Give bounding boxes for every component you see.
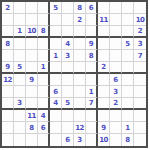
cell-r7c4[interactable] <box>38 74 50 86</box>
cell-r12c2[interactable] <box>14 134 26 146</box>
cell-r11c9[interactable]: 9 <box>98 122 110 134</box>
cell-r3c2[interactable]: 1 <box>14 26 26 38</box>
cell-r2c3[interactable] <box>26 14 38 26</box>
cell-r8c11[interactable] <box>122 86 134 98</box>
cell-r9c1[interactable] <box>2 98 14 110</box>
cell-r2c1[interactable] <box>2 14 14 26</box>
cell-r2c2[interactable] <box>14 14 26 26</box>
cell-r10c8[interactable] <box>86 110 98 122</box>
cell-r3c8[interactable] <box>86 26 98 38</box>
cell-r12c3[interactable] <box>26 134 38 146</box>
cell-r2c4[interactable] <box>38 14 50 26</box>
cell-r7c6[interactable] <box>62 74 74 86</box>
cell-r11c2[interactable] <box>14 122 26 134</box>
cell-r7c12[interactable] <box>134 74 146 86</box>
cell-r11c1[interactable] <box>2 122 14 134</box>
cell-r9c5[interactable]: 4 <box>50 98 62 110</box>
cell-r2c5[interactable] <box>50 14 62 26</box>
cell-r11c11[interactable]: 1 <box>122 122 134 134</box>
cell-r3c9[interactable] <box>98 26 110 38</box>
cell-r11c4[interactable]: 6 <box>38 122 50 134</box>
cell-r6c7[interactable] <box>74 62 86 74</box>
cell-r12c11[interactable]: 8 <box>122 134 134 146</box>
cell-r12c5[interactable] <box>50 134 62 146</box>
cell-r8c10[interactable]: 3 <box>110 86 122 98</box>
cell-r5c9[interactable] <box>98 50 110 62</box>
cell-r5c3[interactable] <box>26 50 38 62</box>
cell-r9c11[interactable] <box>122 98 134 110</box>
cell-r12c9[interactable]: 10 <box>98 134 110 146</box>
cell-r8c8[interactable]: 1 <box>86 86 98 98</box>
cell-r6c11[interactable] <box>122 62 134 74</box>
cell-r8c1[interactable] <box>2 86 14 98</box>
cell-r3c7[interactable] <box>74 26 86 38</box>
cell-r7c10[interactable]: 6 <box>110 74 122 86</box>
cell-r1c8[interactable]: 6 <box>86 2 98 14</box>
cell-r3c10[interactable] <box>110 26 122 38</box>
cell-r5c5[interactable]: 1 <box>50 50 62 62</box>
cell-r7c8[interactable] <box>86 74 98 86</box>
cell-r6c8[interactable] <box>86 62 98 74</box>
cell-r10c11[interactable] <box>122 110 134 122</box>
cell-r1c11[interactable] <box>122 2 134 14</box>
cell-r7c5[interactable] <box>50 74 62 86</box>
cell-r6c4[interactable]: 1 <box>38 62 50 74</box>
cell-r11c6[interactable] <box>62 122 74 134</box>
cell-r4c5[interactable] <box>50 38 62 50</box>
cell-r11c12[interactable] <box>134 122 146 134</box>
cell-r6c1[interactable]: 9 <box>2 62 14 74</box>
cell-r10c6[interactable] <box>62 110 74 122</box>
cell-r9c2[interactable]: 3 <box>14 98 26 110</box>
cell-r9c4[interactable] <box>38 98 50 110</box>
cell-r9c8[interactable]: 7 <box>86 98 98 110</box>
cell-r5c8[interactable]: 8 <box>86 50 98 62</box>
cell-r8c7[interactable] <box>74 86 86 98</box>
cell-r7c7[interactable] <box>74 74 86 86</box>
cell-r7c3[interactable]: 9 <box>26 74 38 86</box>
cell-r4c8[interactable]: 9 <box>86 38 98 50</box>
cell-r12c7[interactable]: 3 <box>74 134 86 146</box>
cell-r4c4[interactable] <box>38 38 50 50</box>
cell-r2c7[interactable]: 2 <box>74 14 86 26</box>
cell-r10c1[interactable] <box>2 110 14 122</box>
sudoku-board: 2586211101108284953138795121296613345721… <box>0 0 148 148</box>
cell-r12c4[interactable] <box>38 134 50 146</box>
cell-r3c1[interactable] <box>2 26 14 38</box>
cell-r3c3[interactable]: 10 <box>26 26 38 38</box>
cell-r6c2[interactable]: 5 <box>14 62 26 74</box>
cell-r3c4[interactable]: 8 <box>38 26 50 38</box>
cell-r4c3[interactable] <box>26 38 38 50</box>
cell-r7c1[interactable]: 12 <box>2 74 14 86</box>
cell-r2c9[interactable]: 11 <box>98 14 110 26</box>
cell-r12c10[interactable] <box>110 134 122 146</box>
cell-r8c3[interactable] <box>26 86 38 98</box>
cell-r6c5[interactable] <box>50 62 62 74</box>
cell-r4c6[interactable]: 4 <box>62 38 74 50</box>
cell-r1c3[interactable] <box>26 2 38 14</box>
cell-r8c6[interactable] <box>62 86 74 98</box>
cell-r12c1[interactable] <box>2 134 14 146</box>
cell-r6c6[interactable] <box>62 62 74 74</box>
cell-r4c10[interactable] <box>110 38 122 50</box>
cell-r2c12[interactable]: 10 <box>134 14 146 26</box>
cell-r2c10[interactable] <box>110 14 122 26</box>
cell-r10c12[interactable] <box>134 110 146 122</box>
cell-r8c5[interactable]: 6 <box>50 86 62 98</box>
cell-r1c10[interactable] <box>110 2 122 14</box>
cell-r6c9[interactable]: 2 <box>98 62 110 74</box>
cell-r9c6[interactable]: 5 <box>62 98 74 110</box>
cell-r9c7[interactable] <box>74 98 86 110</box>
cell-r1c5[interactable]: 5 <box>50 2 62 14</box>
cell-r8c9[interactable] <box>98 86 110 98</box>
cell-r9c3[interactable] <box>26 98 38 110</box>
cell-r2c8[interactable] <box>86 14 98 26</box>
cell-r4c11[interactable]: 5 <box>122 38 134 50</box>
cell-r4c12[interactable]: 3 <box>134 38 146 50</box>
cell-r11c7[interactable]: 12 <box>74 122 86 134</box>
cell-r10c3[interactable]: 11 <box>26 110 38 122</box>
cell-r1c6[interactable] <box>62 2 74 14</box>
cell-r1c9[interactable] <box>98 2 110 14</box>
cell-r5c1[interactable] <box>2 50 14 62</box>
cell-r1c4[interactable] <box>38 2 50 14</box>
cell-r10c2[interactable] <box>14 110 26 122</box>
cell-r2c6[interactable] <box>62 14 74 26</box>
cell-r5c4[interactable] <box>38 50 50 62</box>
cell-r3c12[interactable]: 2 <box>134 26 146 38</box>
cell-r12c8[interactable] <box>86 134 98 146</box>
cell-r10c9[interactable] <box>98 110 110 122</box>
cell-r8c2[interactable] <box>14 86 26 98</box>
cell-r1c7[interactable]: 8 <box>74 2 86 14</box>
cell-r7c2[interactable] <box>14 74 26 86</box>
cell-r5c7[interactable] <box>74 50 86 62</box>
cell-r9c9[interactable] <box>98 98 110 110</box>
cell-r7c9[interactable] <box>98 74 110 86</box>
cell-r9c10[interactable]: 2 <box>110 98 122 110</box>
cell-r5c2[interactable] <box>14 50 26 62</box>
cell-r6c3[interactable] <box>26 62 38 74</box>
cell-r7c11[interactable] <box>122 74 134 86</box>
sudoku-app-screen: 2586211101108284953138795121296613345721… <box>0 0 150 150</box>
cell-r5c12[interactable]: 7 <box>134 50 146 62</box>
cell-r4c7[interactable] <box>74 38 86 50</box>
cell-r11c5[interactable] <box>50 122 62 134</box>
cell-r11c10[interactable] <box>110 122 122 134</box>
cell-r11c3[interactable]: 8 <box>26 122 38 134</box>
cell-r11c8[interactable] <box>86 122 98 134</box>
cell-r8c12[interactable] <box>134 86 146 98</box>
cell-r2c11[interactable] <box>122 14 134 26</box>
cell-r6c12[interactable] <box>134 62 146 74</box>
cell-r5c6[interactable]: 3 <box>62 50 74 62</box>
cell-r3c6[interactable] <box>62 26 74 38</box>
cell-r5c10[interactable] <box>110 50 122 62</box>
cell-r10c10[interactable] <box>110 110 122 122</box>
cell-r6c10[interactable] <box>110 62 122 74</box>
cell-r12c12[interactable] <box>134 134 146 146</box>
cell-r3c11[interactable] <box>122 26 134 38</box>
cell-r1c1[interactable]: 2 <box>2 2 14 14</box>
cell-r10c4[interactable]: 4 <box>38 110 50 122</box>
cell-r10c7[interactable] <box>74 110 86 122</box>
cell-r3c5[interactable] <box>50 26 62 38</box>
cell-r1c2[interactable] <box>14 2 26 14</box>
cell-r5c11[interactable] <box>122 50 134 62</box>
cell-r4c9[interactable] <box>98 38 110 50</box>
cell-r12c6[interactable]: 6 <box>62 134 74 146</box>
cell-r4c2[interactable] <box>14 38 26 50</box>
cell-r10c5[interactable] <box>50 110 62 122</box>
cell-r9c12[interactable] <box>134 98 146 110</box>
cell-r1c12[interactable] <box>134 2 146 14</box>
cell-r4c1[interactable]: 8 <box>2 38 14 50</box>
cell-r8c4[interactable] <box>38 86 50 98</box>
